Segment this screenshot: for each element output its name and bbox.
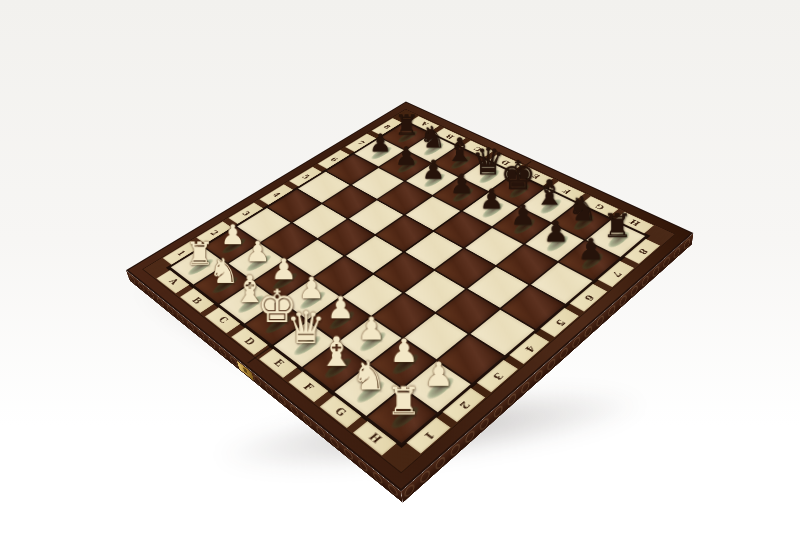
piece-white-rook[interactable]: ♜ — [386, 382, 421, 421]
chessboard: ♜♟♟♜♞♟♟♞♝♟♟♝♚♟♟♛♛♟♟♚♝♟♟♝♞♟♟♞♜♟♟♜ A1A1B2B… — [179, 27, 628, 476]
piece-black-pawn[interactable]: ♟ — [543, 218, 569, 247]
piece-white-pawn[interactable]: ♟ — [245, 238, 270, 266]
piece-black-rook[interactable]: ♜ — [603, 210, 632, 243]
square-g5[interactable] — [468, 267, 529, 308]
board-3d: ♜♟♟♜♞♟♟♞♝♟♟♝♚♟♟♛♛♟♟♚♝♟♟♝♞♟♟♞♜♟♟♜ A1A1B2B… — [126, 101, 694, 491]
board-frame-top: ♜♟♟♜♞♟♟♞♝♟♟♝♚♟♟♛♛♟♟♚♝♟♟♝♞♟♟♞♜♟♟♜ A1A1B2B… — [126, 101, 694, 491]
board-grid: ♜♟♟♜♞♟♟♞♝♟♟♝♚♟♟♛♛♟♟♚♝♟♟♝♞♟♟♞♜♟♟♜ — [168, 121, 647, 445]
piece-black-knight[interactable]: ♞ — [567, 192, 597, 226]
piece-white-pawn[interactable]: ♟ — [424, 358, 454, 391]
piece-black-bishop[interactable]: ♝ — [534, 175, 565, 210]
piece-white-knight[interactable]: ♞ — [351, 356, 387, 396]
piece-white-bishop[interactable]: ♝ — [319, 332, 355, 373]
piece-black-rook[interactable]: ♜ — [394, 112, 419, 140]
scene: ♜♟♟♜♞♟♟♞♝♟♟♝♚♟♟♛♛♟♟♚♝♟♟♝♞♟♟♞♜♟♟♜ A1A1B2B… — [0, 0, 800, 533]
